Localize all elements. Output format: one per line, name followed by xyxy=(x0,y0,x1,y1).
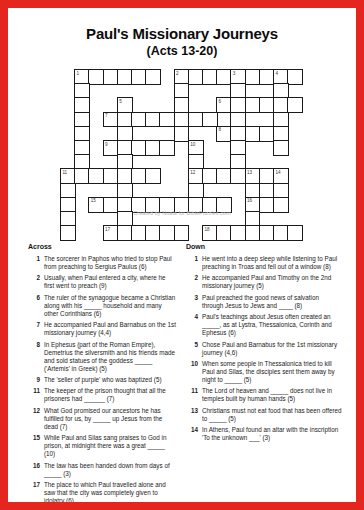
page-border-frame xyxy=(0,0,364,510)
